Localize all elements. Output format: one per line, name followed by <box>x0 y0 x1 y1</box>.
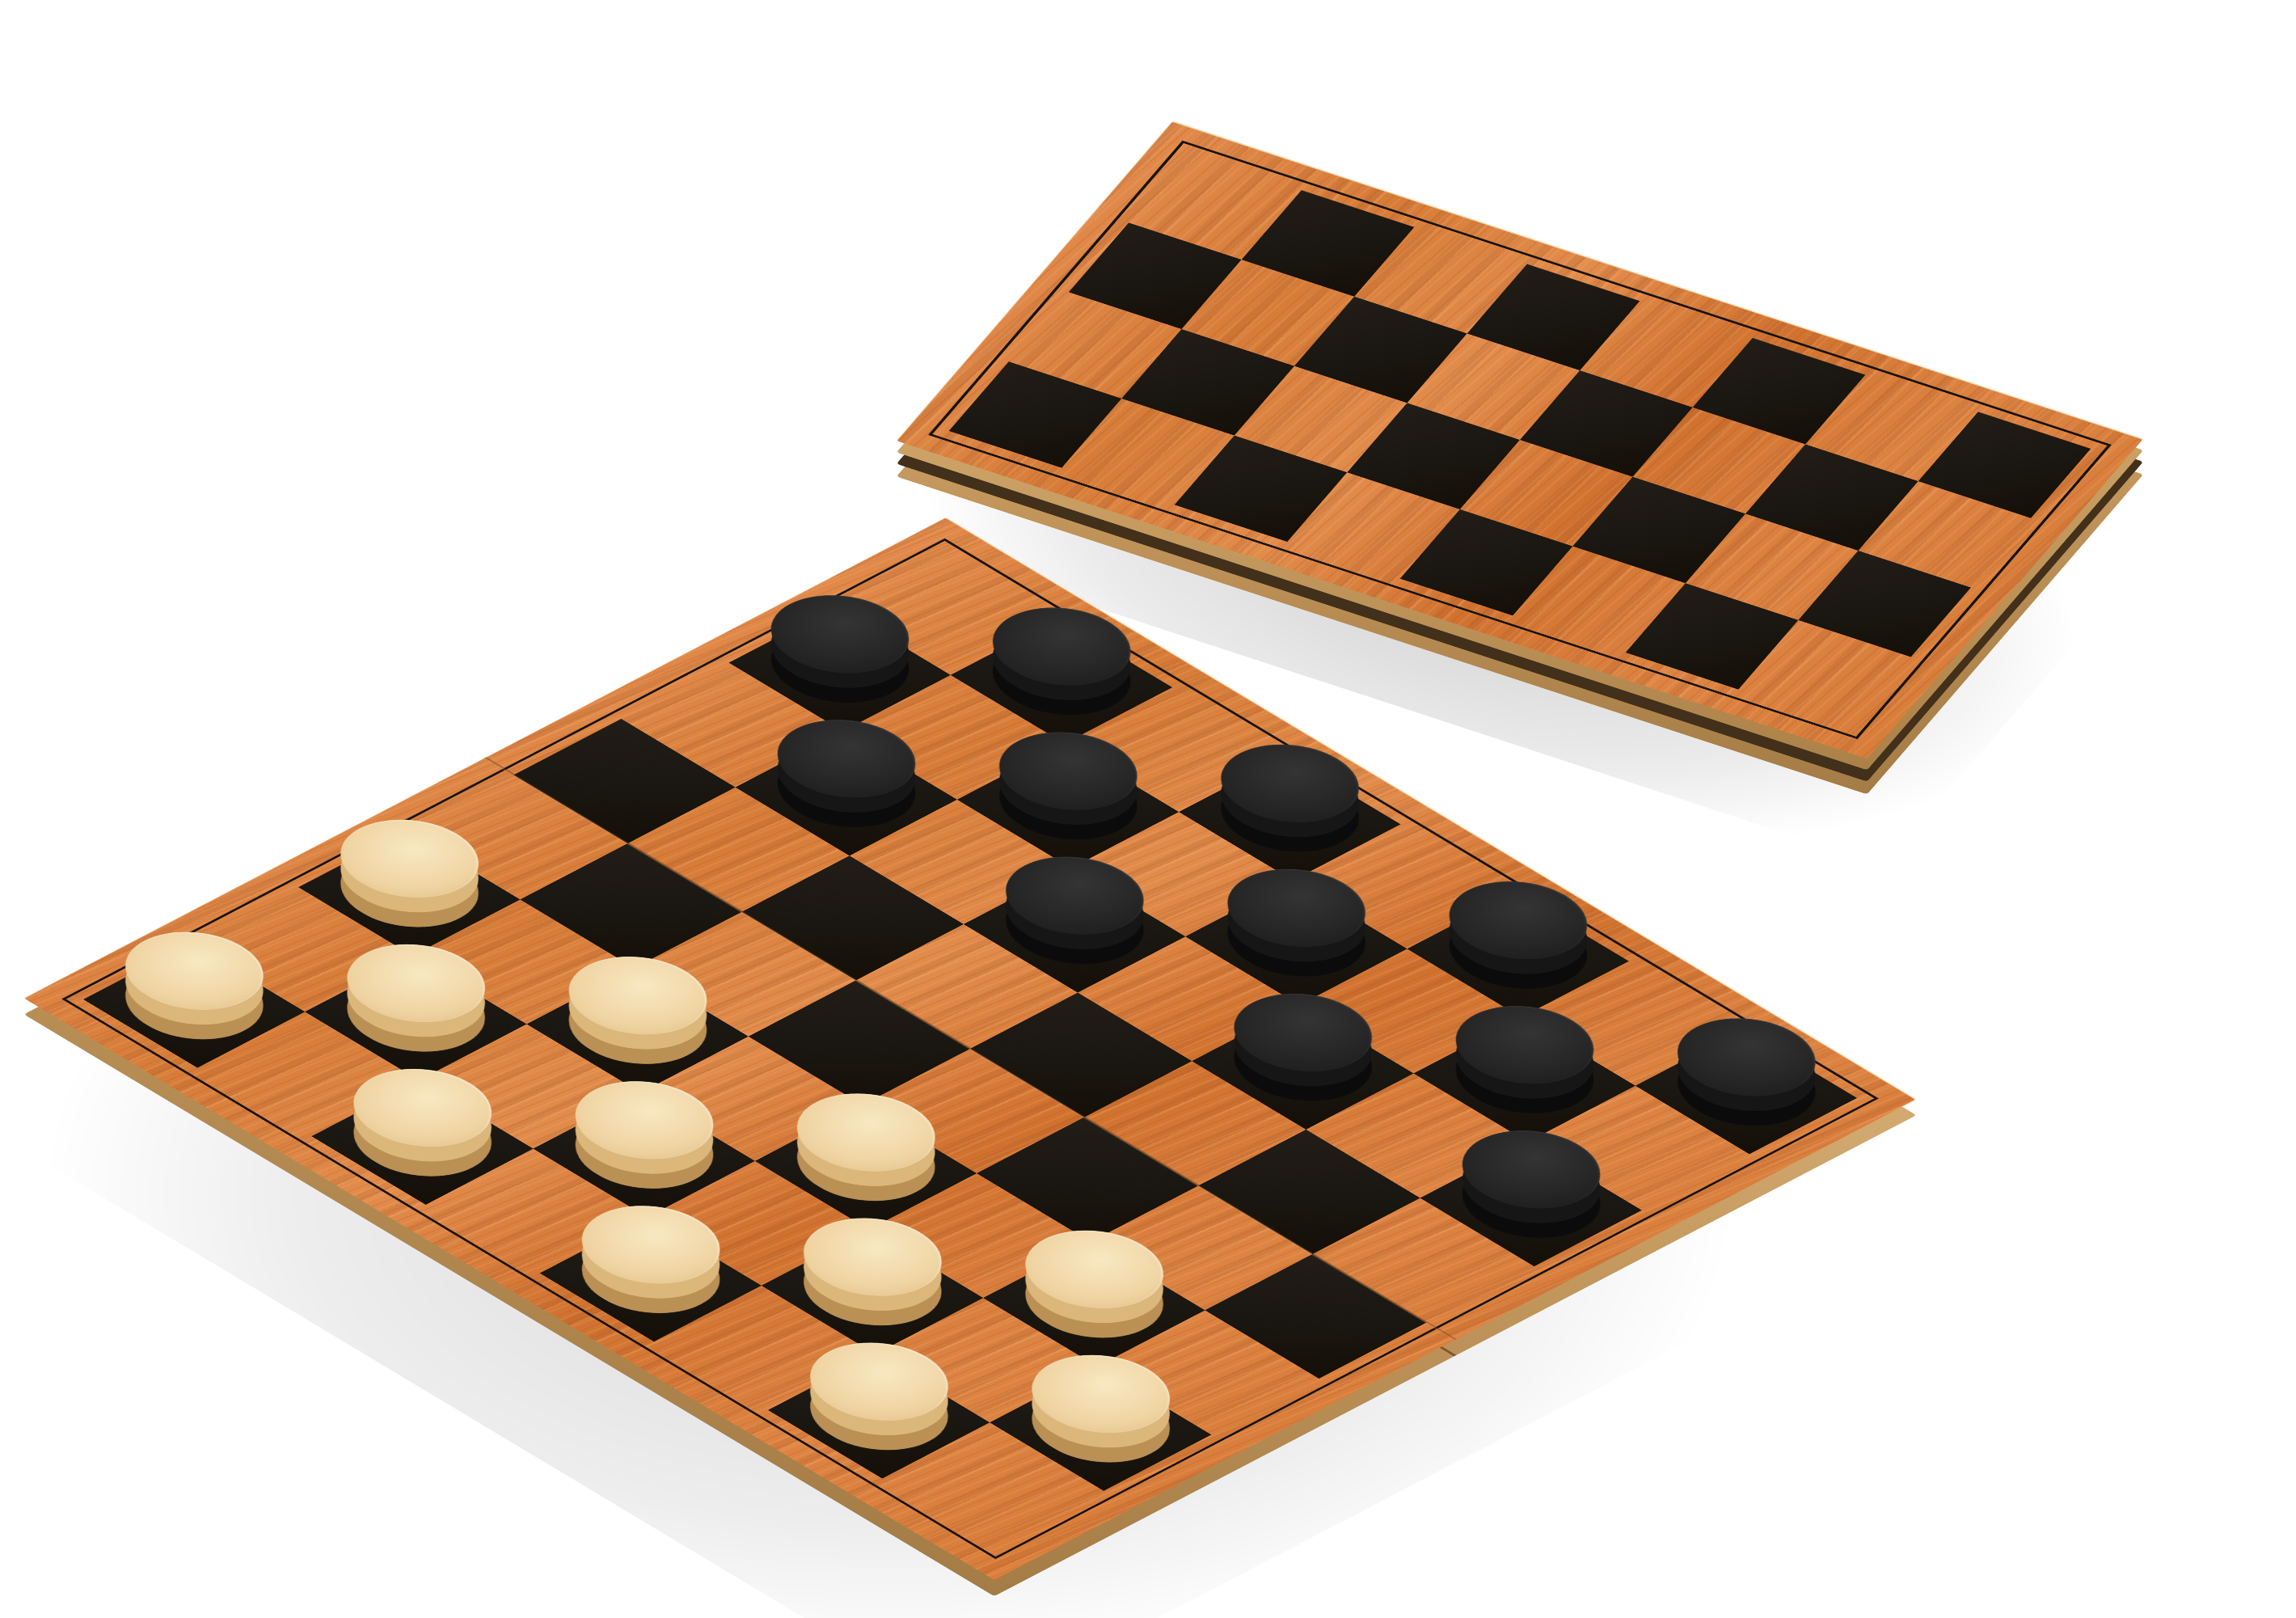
folded-square-1-6-dark <box>1745 444 1918 551</box>
white-man-glyph: ⛀ <box>863 1078 963 1138</box>
product-photo-stage: ⛂⛂⛂⛂⛂⛂⛂⛂⛂⛂⛂⛂⛀⛀⛀⛀⛀⛀⛀⛀⛀⛀⛀⛀ <box>0 0 2296 1618</box>
white-man-glyph: ⛀ <box>1091 1215 1192 1274</box>
folded-square-2-5-dark <box>1572 477 1745 584</box>
checker-white[interactable]: ⛀ <box>774 1237 969 1346</box>
checker-white[interactable]: ⛀ <box>768 1113 963 1222</box>
checker-white[interactable]: ⛀ <box>997 1249 1192 1358</box>
checker-white[interactable]: ⛀ <box>547 1100 741 1209</box>
white-man-glyph: ⛀ <box>1098 1339 1198 1399</box>
folded-square-2-4-light <box>1460 440 1633 547</box>
white-man-glyph: ⛀ <box>420 1053 520 1113</box>
